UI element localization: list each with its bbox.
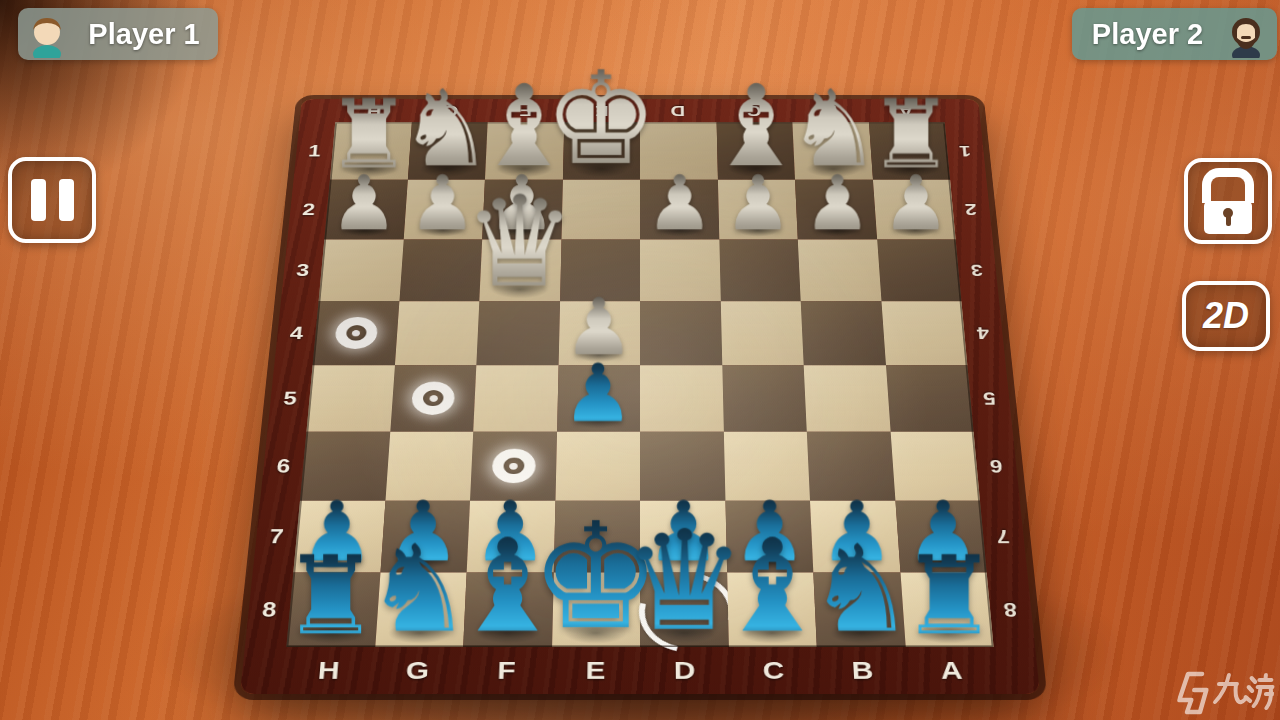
label-text: 8 [1003, 598, 1018, 621]
square-a2[interactable]: ♟ [873, 180, 956, 240]
label-text: 7 [996, 525, 1011, 547]
piece-black-bishop-c8[interactable]: ♝ [715, 525, 830, 647]
label-text: A [898, 102, 914, 119]
square-d4[interactable] [640, 301, 722, 365]
player2-badge: Player 2 [1072, 8, 1277, 60]
jiuyou-watermark [1176, 670, 1277, 716]
label-text: E [595, 102, 609, 119]
label-text: 6 [989, 455, 1004, 476]
square-e5[interactable]: ♟ [557, 365, 640, 431]
rank-label-left-2: 2 [287, 180, 330, 240]
piece-black-pawn-e5[interactable]: ♟ [562, 356, 634, 432]
square-h3[interactable] [319, 239, 404, 301]
label-text: D [674, 656, 696, 684]
pause-icon [31, 179, 46, 221]
label-text: 2 [964, 200, 977, 218]
square-a5[interactable] [886, 365, 974, 431]
player1-badge: Player 1 [18, 8, 218, 60]
rank-label-right-2: 2 [950, 180, 993, 240]
rank-label-left-4: 4 [274, 301, 318, 365]
piece-black-rook-a8[interactable]: ♜ [901, 544, 998, 647]
label-text: A [939, 656, 963, 684]
square-d5[interactable] [640, 365, 723, 431]
label-text: 5 [282, 387, 298, 409]
square-f8[interactable]: ♝ [463, 572, 553, 647]
label-text: 5 [983, 388, 997, 408]
move-hint-f6[interactable] [491, 449, 535, 484]
board-grid: HGFEDCBA1♜♞♝♚♝♞♜12♟♟♟♟♟♟♟23♛34♟45♟5667♟♟… [240, 99, 1040, 694]
square-h2[interactable]: ♟ [324, 180, 407, 240]
label-text: G [442, 102, 459, 119]
label-text: H [366, 102, 382, 119]
piece-black-bishop-f8[interactable]: ♝ [450, 525, 565, 647]
label-text: 4 [289, 322, 304, 344]
label-text: 3 [970, 261, 984, 280]
label-text: F [497, 656, 516, 684]
square-d3[interactable] [640, 239, 720, 301]
piece-black-rook-h8[interactable]: ♜ [282, 544, 379, 647]
label-text: 6 [276, 454, 292, 477]
frame-corner [240, 647, 286, 694]
lock-icon [1202, 168, 1254, 203]
square-a4[interactable] [881, 301, 967, 365]
frame-corner [994, 647, 1040, 694]
file-label-near-c: C [728, 647, 819, 694]
view-2d-button[interactable]: 2D [1182, 281, 1270, 351]
label-text: 3 [295, 260, 310, 281]
square-b5[interactable] [804, 365, 890, 431]
piece-white-pawn-d2[interactable]: ♟ [645, 167, 713, 239]
square-f3[interactable]: ♛ [479, 239, 561, 301]
square-g4[interactable] [394, 301, 479, 365]
label-text: H [317, 656, 341, 684]
label-text: B [851, 656, 874, 684]
square-f4[interactable] [476, 301, 559, 365]
label-text: C [762, 656, 785, 684]
rank-label-left-3: 3 [281, 239, 324, 301]
square-b2[interactable]: ♟ [795, 180, 877, 240]
player2-avatar-icon [1223, 10, 1269, 58]
square-f5[interactable] [473, 365, 558, 431]
label-text: E [585, 656, 605, 684]
square-h4[interactable] [313, 301, 399, 365]
square-h5[interactable] [306, 365, 394, 431]
square-c3[interactable] [719, 239, 801, 301]
square-d2[interactable]: ♟ [640, 180, 719, 240]
piece-white-pawn-c2[interactable]: ♟ [724, 167, 792, 239]
rank-label-right-5: 5 [967, 365, 1012, 431]
file-label-near-d: D [640, 647, 730, 694]
label-text: D [671, 102, 686, 119]
rank-label-right-3: 3 [956, 239, 999, 301]
square-c2[interactable]: ♟ [718, 180, 798, 240]
piece-white-queen-f3[interactable]: ♛ [463, 182, 576, 301]
file-label-near-a: A [905, 647, 998, 694]
file-label-near-g: G [372, 647, 464, 694]
rank-label-right-4: 4 [961, 301, 1005, 365]
move-hint-g5[interactable] [411, 382, 455, 415]
label-text: 4 [976, 323, 990, 342]
piece-white-pawn-h2[interactable]: ♟ [330, 167, 398, 239]
file-label-near-h: H [282, 647, 375, 694]
square-b3[interactable] [798, 239, 881, 301]
label-text: 1 [307, 141, 321, 160]
watermark-logo-g [1178, 674, 1208, 712]
square-a3[interactable] [877, 239, 962, 301]
rank-label-right-6: 6 [974, 432, 1020, 501]
square-c8[interactable]: ♝ [727, 572, 817, 647]
pause-button[interactable] [8, 157, 96, 243]
label-text: 2 [301, 199, 316, 219]
view-2d-label: 2D [1203, 295, 1249, 337]
file-label-near-e: E [551, 647, 641, 694]
chess-board: HGFEDCBA1♜♞♝♚♝♞♜12♟♟♟♟♟♟♟23♛34♟45♟5667♟♟… [240, 99, 1040, 694]
label-text: B [822, 102, 838, 119]
watermark-char-jiu [1215, 675, 1248, 702]
pause-icon [59, 179, 74, 221]
square-a8[interactable]: ♜ [900, 572, 994, 647]
label-text: C [746, 102, 761, 119]
move-hint-h4[interactable] [334, 317, 378, 349]
square-c4[interactable] [720, 301, 803, 365]
watermark-char-you [1244, 675, 1274, 708]
square-b4[interactable] [801, 301, 886, 365]
player1-name: Player 1 [70, 18, 218, 51]
square-c5[interactable] [722, 365, 807, 431]
file-label-near-b: B [817, 647, 909, 694]
lock-icon-body [1204, 201, 1252, 234]
label-text: 8 [261, 597, 278, 622]
label-text: F [520, 102, 533, 119]
file-label-near-f: F [461, 647, 552, 694]
square-h8[interactable]: ♜ [286, 572, 380, 647]
label-text: 1 [959, 142, 972, 160]
lock-button[interactable] [1184, 158, 1272, 244]
rank-label-left-5: 5 [267, 365, 312, 431]
piece-white-pawn-b2[interactable]: ♟ [803, 167, 871, 239]
player2-name: Player 2 [1072, 18, 1223, 51]
piece-white-pawn-a2[interactable]: ♟ [882, 167, 950, 239]
square-e6[interactable] [555, 432, 640, 501]
player1-avatar-icon [24, 10, 70, 58]
square-g5[interactable] [390, 365, 476, 431]
label-text: G [405, 656, 430, 684]
